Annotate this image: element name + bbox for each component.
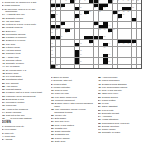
clue-number: 45. <box>98 86 102 88</box>
cell-number: 79 <box>51 61 53 63</box>
cell-number: 2 <box>65 0 66 2</box>
clue-number: 6. <box>51 76 54 78</box>
cell-number: 30 <box>56 14 58 16</box>
clue-number: 34. <box>2 49 6 51</box>
clue-number: 20. <box>2 26 6 28</box>
clue-number: 57. <box>98 105 102 107</box>
clue-number: 5. <box>2 138 5 140</box>
cell-number: 7 <box>113 0 114 2</box>
clue-number: 37. <box>51 140 55 142</box>
cell-number: 35 <box>51 18 53 20</box>
clue-number: 72. <box>2 108 6 110</box>
clue-column-left: 1. Coins may be dropped in a slot5. Mass… <box>2 1 47 149</box>
cell-number: 37 <box>118 18 120 20</box>
clue-number: 25. <box>2 36 6 38</box>
grid-cell[interactable] <box>113 65 117 68</box>
cell-number: 34 <box>123 14 125 16</box>
cell-number: 27 <box>118 11 120 13</box>
clue-number: 15. <box>51 102 55 104</box>
grid-cell[interactable] <box>118 65 122 68</box>
cell-number: 25 <box>89 11 91 13</box>
clue-item: 18. 'The Workman' Woody Fellers, accordi… <box>51 108 94 113</box>
clue-number: 32. <box>2 46 6 48</box>
grid-cell[interactable] <box>80 65 84 68</box>
clue-number: 60. <box>2 88 6 90</box>
clue-item: 62. Pressure part of a New Year's toast <box>2 91 47 94</box>
clue-number: 42. <box>98 83 102 85</box>
cell-number: 72 <box>80 50 82 52</box>
clue-number: 59. <box>98 109 102 111</box>
clue-item: 15. Bygone Chevy with a much-maligned na… <box>51 102 94 107</box>
clue-number: 40. <box>98 79 102 81</box>
clue-number: 55. <box>98 102 102 104</box>
crossword-grid[interactable]: 1234567891011121314151617181920212223242… <box>50 0 142 69</box>
cell-number: 17 <box>51 7 53 9</box>
clue-number: 44. <box>2 65 6 67</box>
clue-number: 26. <box>2 39 6 41</box>
cell-number: 22 <box>104 7 106 9</box>
cell-number: 36 <box>75 18 77 20</box>
cell-number: 45 <box>51 29 53 31</box>
clue-number: 23. <box>2 33 6 35</box>
cell-number: 24 <box>51 11 53 13</box>
clue-number: 13. <box>51 99 55 101</box>
clue-number: 33. <box>51 133 55 135</box>
cell-number: 73 <box>51 54 53 56</box>
cell-number: 23 <box>132 7 134 9</box>
clue-number: 24. <box>51 117 55 119</box>
cell-number: 64 <box>108 43 110 45</box>
grid-cell[interactable] <box>122 65 126 68</box>
clue-number: 35. <box>51 137 55 139</box>
clue-number: 19. <box>2 23 6 25</box>
cell-number: 29 <box>127 11 129 13</box>
crossword-puzzle-page: { "game": "crossword", "grid": {"rows": … <box>0 0 150 150</box>
clue-item: 37. Salty drop <box>51 140 94 143</box>
clue-number: 12. <box>51 96 55 98</box>
cell-number: 55 <box>104 36 106 38</box>
cell-number: 14 <box>70 4 72 6</box>
clue-number: 69. <box>98 125 102 127</box>
cell-number: 32 <box>85 14 87 16</box>
cell-number: 19 <box>61 7 63 9</box>
clue-number: 17. <box>2 20 6 22</box>
cell-number: 60 <box>99 40 101 42</box>
black-cell <box>51 65 55 68</box>
clue-item: 9. Ex-governor, man of TV's 'The Command… <box>2 8 47 13</box>
grid-cell[interactable] <box>94 65 98 68</box>
clue-number: 48. <box>2 72 6 74</box>
clue-number: 74. <box>2 111 6 113</box>
down-heading: DOWN <box>2 121 47 124</box>
cell-number: 65 <box>118 43 120 45</box>
clue-number: 43. <box>2 62 6 64</box>
clue-number: 16. <box>2 17 6 19</box>
clue-number: 8. <box>51 83 54 85</box>
grid-cell[interactable] <box>108 65 112 68</box>
cell-number: 67 <box>127 43 129 45</box>
clue-number: 67. <box>2 101 6 103</box>
clue-number: 18. <box>51 108 55 110</box>
cell-number: 50 <box>113 29 115 31</box>
clue-number: 1. <box>2 1 5 3</box>
cell-number: 66 <box>123 43 125 45</box>
grid-cell[interactable] <box>84 65 88 68</box>
grid-cell[interactable] <box>65 65 69 68</box>
grid-cell[interactable] <box>75 65 79 68</box>
clue-number: 9. <box>51 86 54 88</box>
clue-number: 46. <box>2 69 6 71</box>
cell-number: 15 <box>89 4 91 6</box>
grid-cell[interactable] <box>89 65 93 68</box>
cell-number: 63 <box>89 43 91 45</box>
cell-number: 31 <box>80 14 82 16</box>
clue-number: 63. <box>2 95 6 97</box>
clue-number: 29. <box>51 127 55 129</box>
cell-number: 26 <box>99 11 101 13</box>
clue-number: 27. <box>51 120 55 122</box>
cell-number: 42 <box>61 25 63 27</box>
cell-number: 69 <box>51 47 53 49</box>
clue-number: 10. <box>51 89 55 91</box>
clue-number: 56. <box>2 82 6 84</box>
clue-number: 31. <box>51 130 55 132</box>
cell-number: 18 <box>56 7 58 9</box>
cell-number: 3 <box>75 0 76 2</box>
grid-cell[interactable] <box>137 65 141 68</box>
cell-number: 52 <box>65 32 67 34</box>
clue-number: 64. <box>98 115 102 117</box>
clue-number: 28. <box>51 124 55 126</box>
clue-number: 53. <box>98 96 102 98</box>
clue-number: 21. <box>2 30 6 32</box>
clue-number: 41. <box>2 59 6 61</box>
clue-number: 62. <box>2 91 6 93</box>
clue-column-bottom-middle: 6. Bank on board7. Depress, with 'out'8.… <box>51 76 94 149</box>
cell-number: 38 <box>51 22 53 24</box>
clue-number: 11. <box>51 92 55 94</box>
cell-number: 57 <box>56 40 58 42</box>
clue-number: 75. <box>2 114 6 116</box>
cell-number: 6 <box>99 0 100 2</box>
cell-number: 71 <box>51 50 53 52</box>
clue-number: 7. <box>51 79 54 81</box>
cell-number: 8 <box>118 0 119 2</box>
cell-number: 40 <box>108 22 110 24</box>
grid-cell[interactable] <box>132 65 136 68</box>
clue-number: 38. <box>98 76 102 78</box>
cell-number: 9 <box>123 0 124 2</box>
cell-number: 56 <box>51 40 53 42</box>
cell-number: 54 <box>61 36 63 38</box>
cell-number: 33 <box>113 14 115 16</box>
clue-item: 76. ___ of one's own pastime <box>2 117 47 120</box>
cell-number: 70 <box>104 47 106 49</box>
clue-number: 4. <box>2 135 5 137</box>
cell-number: 49 <box>104 29 106 31</box>
cell-number: 77 <box>80 58 82 60</box>
cell-number: 59 <box>94 40 96 42</box>
cell-number: 41 <box>132 22 134 24</box>
cell-number: 48 <box>99 29 101 31</box>
cell-number: 1 <box>51 0 52 2</box>
clue-number: 22. <box>51 114 55 116</box>
grid-cell[interactable]: 82 <box>56 65 60 68</box>
clue-number: 39. <box>2 56 6 58</box>
clue-number: 73. <box>98 131 102 133</box>
cell-number: 28 <box>123 11 125 13</box>
cell-number: 74 <box>80 54 82 56</box>
cell-number: 68 <box>132 43 134 45</box>
clue-number: 49. <box>2 75 6 77</box>
grid-cell[interactable] <box>61 65 65 68</box>
cell-number: 81 <box>108 61 110 63</box>
cell-number: 61 <box>51 43 53 45</box>
clue-number: 54. <box>98 99 102 101</box>
clue-number: 50. <box>98 92 102 94</box>
clue-number: 3. <box>2 132 5 134</box>
cell-number: 53 <box>108 32 110 34</box>
cell-number: 75 <box>108 54 110 56</box>
cell-number: 58 <box>85 40 87 42</box>
cell-number: 4 <box>80 0 81 2</box>
cell-number: 80 <box>80 61 82 63</box>
cell-number: 39 <box>65 22 67 24</box>
grid-cell[interactable] <box>99 65 103 68</box>
cell-number: 10 <box>127 0 129 2</box>
cell-number: 51 <box>51 32 53 34</box>
cell-number: 12 <box>137 0 139 2</box>
clue-number: 61. <box>98 112 102 114</box>
cell-number: 11 <box>132 0 134 2</box>
grid-cell[interactable] <box>70 65 74 68</box>
cell-number: 13 <box>65 4 67 6</box>
clue-number: 68. <box>98 122 102 124</box>
cell-number: 62 <box>80 43 82 45</box>
cell-number: 43 <box>94 25 96 27</box>
cell-number: 76 <box>51 58 53 60</box>
cell-number: 44 <box>108 25 110 27</box>
clue-number: 52. <box>2 78 6 80</box>
clue-number: 76. <box>2 117 6 119</box>
cell-number: 20 <box>80 7 82 9</box>
clue-number: 14. <box>2 13 6 15</box>
clue-number: 30. <box>2 43 6 45</box>
clue-number: 1. <box>2 125 5 127</box>
clue-item: 5. Against <box>2 138 47 141</box>
clue-number: 2. <box>2 128 5 130</box>
clue-number: 58. <box>2 85 6 87</box>
clue-number: 65. <box>2 98 6 100</box>
cell-number: 16 <box>108 4 110 6</box>
cell-number: 78 <box>108 58 110 60</box>
cell-number: 21 <box>94 7 96 9</box>
cell-number: 5 <box>85 0 86 2</box>
clue-number: 5. <box>2 4 5 6</box>
grid-cell[interactable] <box>103 65 107 68</box>
cell-number: 82 <box>56 65 58 67</box>
clue-column-bottom-right: 38. Annoying noise40. Man's nickname?42.… <box>98 76 146 149</box>
clue-number: 36. <box>2 52 6 54</box>
clue-item: 73. Opposite of WSW <box>98 131 146 134</box>
clue-number: 71. <box>98 128 102 130</box>
cell-number: 46 <box>56 29 58 31</box>
clue-number: 47. <box>98 89 102 91</box>
clue-number: 9. <box>2 8 5 10</box>
clue-number: 66. <box>98 118 102 120</box>
cell-number: 47 <box>70 29 72 31</box>
grid-cell[interactable] <box>127 65 131 68</box>
clue-number: 70. <box>2 104 6 106</box>
